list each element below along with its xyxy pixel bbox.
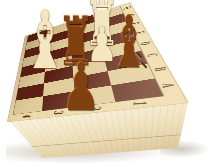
file-label-D: D xyxy=(139,40,153,46)
file-label-F: F xyxy=(129,21,141,26)
file-label-E: E xyxy=(134,30,147,35)
rank-label-4: 4 xyxy=(20,114,34,118)
file-label-A: A xyxy=(159,83,177,89)
board-top-face: 4321 HGFEDCBA xyxy=(7,2,189,122)
file-label-G: G xyxy=(125,13,137,18)
rank-label-1: 1 xyxy=(129,101,150,107)
rank-label-3: 3 xyxy=(51,110,66,115)
chess-box-photo: 4321 HGFEDCBA ♝♜♜♟♝♟ xyxy=(0,0,221,167)
rank-label-2: 2 xyxy=(87,106,105,111)
file-label-B: B xyxy=(151,66,168,72)
file-label-C: C xyxy=(144,52,159,58)
